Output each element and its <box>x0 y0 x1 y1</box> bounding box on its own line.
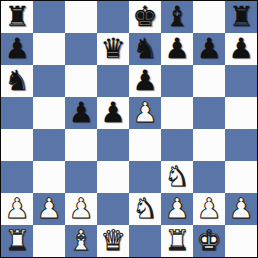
square-h1[interactable] <box>225 225 257 257</box>
square-e5[interactable]: ♟ <box>129 97 161 129</box>
black-pawn[interactable]: ♟ <box>196 33 221 65</box>
square-h5[interactable] <box>225 97 257 129</box>
square-a5[interactable] <box>1 97 33 129</box>
square-f6[interactable] <box>161 65 193 97</box>
black-knight[interactable]: ♞ <box>4 65 29 97</box>
square-h4[interactable] <box>225 129 257 161</box>
square-e3[interactable] <box>129 161 161 193</box>
square-c5[interactable]: ♟ <box>65 97 97 129</box>
square-e7[interactable]: ♞ <box>129 33 161 65</box>
square-d3[interactable] <box>97 161 129 193</box>
square-h6[interactable] <box>225 65 257 97</box>
black-pawn[interactable]: ♟ <box>4 33 29 65</box>
black-rook[interactable]: ♜ <box>4 1 29 33</box>
white-knight[interactable]: ♞ <box>164 161 189 193</box>
square-f7[interactable]: ♟ <box>161 33 193 65</box>
square-g1[interactable]: ♚ <box>193 225 225 257</box>
square-c4[interactable] <box>65 129 97 161</box>
white-pawn[interactable]: ♟ <box>196 193 221 225</box>
square-e4[interactable] <box>129 129 161 161</box>
square-f2[interactable]: ♟ <box>161 193 193 225</box>
square-a8[interactable]: ♜ <box>1 1 33 33</box>
square-g2[interactable]: ♟ <box>193 193 225 225</box>
square-d4[interactable] <box>97 129 129 161</box>
square-f4[interactable] <box>161 129 193 161</box>
black-pawn[interactable]: ♟ <box>132 65 157 97</box>
black-pawn[interactable]: ♟ <box>100 97 125 129</box>
square-c1[interactable]: ♝ <box>65 225 97 257</box>
square-h7[interactable]: ♟ <box>225 33 257 65</box>
square-b8[interactable] <box>33 1 65 33</box>
square-e2[interactable]: ♞ <box>129 193 161 225</box>
white-pawn[interactable]: ♟ <box>36 193 61 225</box>
square-d8[interactable] <box>97 1 129 33</box>
square-f5[interactable] <box>161 97 193 129</box>
square-d5[interactable]: ♟ <box>97 97 129 129</box>
square-b1[interactable] <box>33 225 65 257</box>
white-pawn[interactable]: ♟ <box>228 193 253 225</box>
square-h3[interactable] <box>225 161 257 193</box>
white-bishop[interactable]: ♝ <box>68 225 93 257</box>
black-rook[interactable]: ♜ <box>228 1 253 33</box>
square-a3[interactable] <box>1 161 33 193</box>
square-c8[interactable] <box>65 1 97 33</box>
square-a2[interactable]: ♟ <box>1 193 33 225</box>
square-c6[interactable] <box>65 65 97 97</box>
square-f8[interactable]: ♝ <box>161 1 193 33</box>
square-f1[interactable]: ♜ <box>161 225 193 257</box>
square-e6[interactable]: ♟ <box>129 65 161 97</box>
black-pawn[interactable]: ♟ <box>228 33 253 65</box>
white-knight[interactable]: ♞ <box>132 193 157 225</box>
square-c3[interactable] <box>65 161 97 193</box>
square-b3[interactable] <box>33 161 65 193</box>
square-f3[interactable]: ♞ <box>161 161 193 193</box>
square-h8[interactable]: ♜ <box>225 1 257 33</box>
chess-board: ♜♚♝♜♟♛♞♟♟♟♞♟♟♟♟♞♟♟♟♞♟♟♟♜♝♛♜♚ <box>1 1 257 257</box>
square-g4[interactable] <box>193 129 225 161</box>
white-king[interactable]: ♚ <box>196 225 221 257</box>
white-pawn[interactable]: ♟ <box>132 97 157 129</box>
white-pawn[interactable]: ♟ <box>68 193 93 225</box>
square-c7[interactable] <box>65 33 97 65</box>
black-pawn[interactable]: ♟ <box>164 33 189 65</box>
black-pawn[interactable]: ♟ <box>68 97 93 129</box>
square-a4[interactable] <box>1 129 33 161</box>
white-rook[interactable]: ♜ <box>4 225 29 257</box>
square-b5[interactable] <box>33 97 65 129</box>
square-c2[interactable]: ♟ <box>65 193 97 225</box>
square-a6[interactable]: ♞ <box>1 65 33 97</box>
square-b7[interactable] <box>33 33 65 65</box>
square-b2[interactable]: ♟ <box>33 193 65 225</box>
square-b6[interactable] <box>33 65 65 97</box>
black-knight[interactable]: ♞ <box>132 33 157 65</box>
square-h2[interactable]: ♟ <box>225 193 257 225</box>
square-g5[interactable] <box>193 97 225 129</box>
chess-board-frame: ♜♚♝♜♟♛♞♟♟♟♞♟♟♟♟♞♟♟♟♞♟♟♟♜♝♛♜♚ <box>0 0 258 258</box>
square-a1[interactable]: ♜ <box>1 225 33 257</box>
white-rook[interactable]: ♜ <box>164 225 189 257</box>
white-pawn[interactable]: ♟ <box>4 193 29 225</box>
square-d2[interactable] <box>97 193 129 225</box>
square-g8[interactable] <box>193 1 225 33</box>
square-g6[interactable] <box>193 65 225 97</box>
square-e1[interactable] <box>129 225 161 257</box>
square-d6[interactable] <box>97 65 129 97</box>
white-pawn[interactable]: ♟ <box>164 193 189 225</box>
square-b4[interactable] <box>33 129 65 161</box>
square-e8[interactable]: ♚ <box>129 1 161 33</box>
black-bishop[interactable]: ♝ <box>164 1 189 33</box>
square-g7[interactable]: ♟ <box>193 33 225 65</box>
square-d1[interactable]: ♛ <box>97 225 129 257</box>
black-king[interactable]: ♚ <box>132 1 157 33</box>
black-queen[interactable]: ♛ <box>100 33 125 65</box>
square-g3[interactable] <box>193 161 225 193</box>
square-a7[interactable]: ♟ <box>1 33 33 65</box>
square-d7[interactable]: ♛ <box>97 33 129 65</box>
white-queen[interactable]: ♛ <box>100 225 125 257</box>
